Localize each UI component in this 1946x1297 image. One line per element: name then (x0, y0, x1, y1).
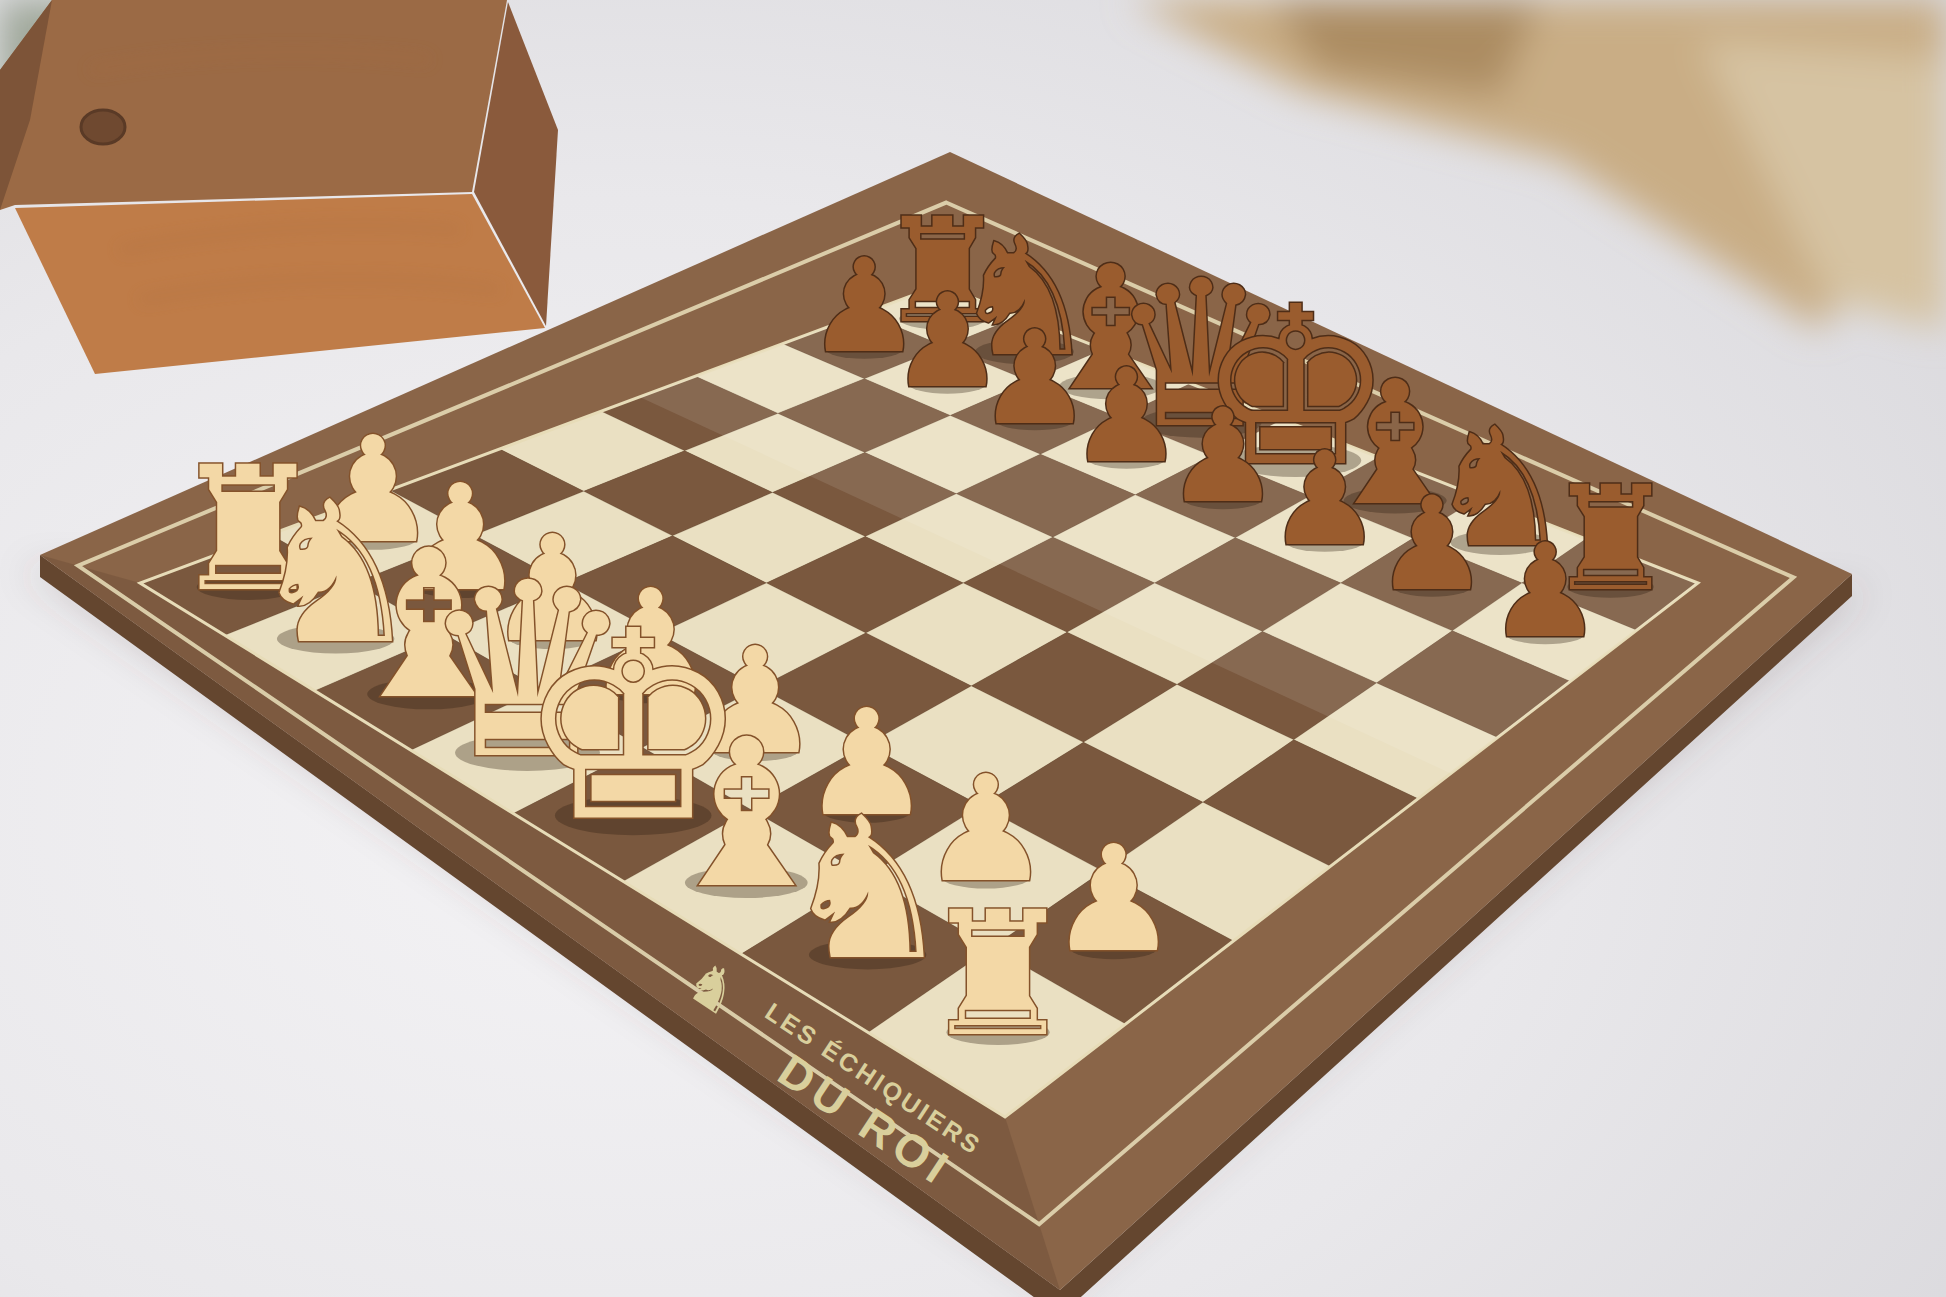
piece-white-rook-h1[interactable]: ♜ (921, 875, 1075, 1075)
piece-black-pawn-e7[interactable]: ♟ (1165, 381, 1281, 532)
svg-text:♟: ♟ (1267, 424, 1383, 575)
svg-text:♟: ♟ (1165, 381, 1281, 532)
svg-text:♟: ♟ (1487, 516, 1603, 667)
chess-set-photo: ♞LES ÉCHIQUIERSDU ROI♜♟♞♟♝♟♛♟♚♟♝♟♟♞♜♟♟♜♟… (0, 0, 1946, 1297)
box-lid (0, 0, 507, 210)
photo-scene: ♞LES ÉCHIQUIERSDU ROI♜♟♞♟♝♟♛♟♚♟♝♟♟♞♜♟♟♜♟… (0, 0, 1946, 1297)
piece-black-pawn-f7[interactable]: ♟ (1267, 424, 1383, 575)
piece-black-pawn-g7[interactable]: ♟ (1374, 469, 1490, 620)
piece-black-pawn-h7[interactable]: ♟ (1487, 516, 1603, 667)
svg-text:♜: ♜ (921, 875, 1075, 1075)
svg-text:♟: ♟ (1374, 469, 1490, 620)
